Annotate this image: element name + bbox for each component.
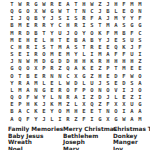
grid-cell[interactable]: Z — [72, 116, 80, 123]
grid-cell[interactable]: F — [120, 73, 128, 80]
grid-cell[interactable]: M — [8, 37, 16, 44]
grid-cell[interactable]: R — [72, 23, 80, 30]
grid-cell[interactable]: U — [56, 30, 64, 37]
grid-cell[interactable]: Y — [96, 37, 104, 44]
word-list-item: Christmas Tree — [113, 126, 150, 133]
grid-cell[interactable]: B — [8, 109, 16, 116]
grid-cell[interactable]: S — [136, 37, 144, 44]
grid-cell[interactable]: A — [16, 109, 24, 116]
grid-cell[interactable]: C — [136, 30, 144, 37]
grid-cell[interactable]: C — [24, 109, 32, 116]
grid-cell[interactable]: S — [120, 23, 128, 30]
grid-cell[interactable]: Z — [56, 66, 64, 73]
grid-cell[interactable]: T — [112, 66, 120, 73]
grid-cell[interactable]: M — [120, 66, 128, 73]
grid-cell[interactable]: P — [104, 66, 112, 73]
grid-cell[interactable]: K — [32, 109, 40, 116]
grid-cell[interactable]: E — [32, 73, 40, 80]
grid-cell[interactable]: H — [64, 23, 72, 30]
grid-cell[interactable]: Y — [32, 116, 40, 123]
word-list-item: Merry Christmas — [63, 126, 113, 133]
grid-cell[interactable]: M — [16, 23, 24, 30]
grid-cell[interactable]: T — [96, 23, 104, 30]
grid-cell[interactable]: N — [56, 73, 64, 80]
grid-cell[interactable]: E — [16, 37, 24, 44]
grid-cell[interactable]: M — [104, 23, 112, 30]
word-list: Family MemoriesBaby JesusWreathNoelMerry… — [8, 126, 150, 150]
grid-cell[interactable]: N — [48, 73, 56, 80]
grid-cell[interactable]: D — [112, 73, 120, 80]
grid-cell[interactable]: H — [48, 37, 56, 44]
grid-cell[interactable]: F — [128, 30, 136, 37]
grid-cell[interactable]: Y — [48, 30, 56, 37]
grid-cell[interactable]: A — [128, 109, 136, 116]
grid-cell[interactable]: G — [128, 23, 136, 30]
grid-cell[interactable]: A — [80, 37, 88, 44]
grid-cell[interactable]: P — [40, 66, 48, 73]
grid-cell[interactable]: R — [40, 23, 48, 30]
grid-cell[interactable]: O — [136, 73, 144, 80]
grid-cell[interactable]: Z — [88, 73, 96, 80]
grid-cell[interactable]: M — [112, 30, 120, 37]
grid-cell[interactable]: E — [64, 37, 72, 44]
word-list-item: Noel — [8, 146, 63, 150]
grid-cell[interactable]: B — [120, 30, 128, 37]
grid-cell[interactable]: M — [64, 109, 72, 116]
grid-cell[interactable]: Q — [64, 66, 72, 73]
grid-cell[interactable]: A — [136, 109, 144, 116]
grid-cell[interactable]: D — [24, 30, 32, 37]
grid-cell[interactable]: U — [128, 37, 136, 44]
grid-cell[interactable]: C — [64, 73, 72, 80]
grid-cell[interactable]: B — [24, 73, 32, 80]
grid-cell[interactable]: E — [128, 66, 136, 73]
grid-cell[interactable]: H — [96, 73, 104, 80]
grid-cell[interactable]: O — [112, 109, 120, 116]
grid-cell[interactable]: M — [8, 30, 16, 37]
grid-cell[interactable]: B — [32, 30, 40, 37]
grid-cell[interactable]: E — [32, 37, 40, 44]
grid-cell[interactable]: E — [112, 37, 120, 44]
grid-cell[interactable]: E — [88, 66, 96, 73]
word-list-item: Donkey — [113, 133, 150, 140]
grid-cell[interactable]: Z — [96, 66, 104, 73]
word-list-item: Bethlehem — [63, 133, 113, 140]
grid-cell[interactable]: O — [88, 30, 96, 37]
word-list-item: Family Memories — [8, 126, 63, 133]
word-list-item: Baby Jesus — [8, 133, 63, 140]
grid-cell[interactable]: G — [112, 116, 120, 123]
word-list-item: Wreath — [8, 139, 63, 146]
grid-cell[interactable]: Y — [48, 23, 56, 30]
grid-cell[interactable]: L — [48, 116, 56, 123]
grid-cell[interactable]: Y — [48, 109, 56, 116]
grid-cell[interactable]: K — [96, 30, 104, 37]
grid-cell[interactable]: O — [72, 30, 80, 37]
grid-cell[interactable]: E — [80, 109, 88, 116]
grid-cell[interactable]: H — [72, 109, 80, 116]
grid-cell[interactable]: F — [80, 116, 88, 123]
grid-cell[interactable]: F — [24, 116, 32, 123]
grid-cell[interactable]: Y — [80, 30, 88, 37]
grid-cell[interactable]: E — [24, 23, 32, 30]
grid-cell[interactable]: X — [72, 73, 80, 80]
grid-cell[interactable]: B — [88, 37, 96, 44]
grid-cell[interactable]: R — [64, 116, 72, 123]
grid-cell[interactable]: W — [128, 73, 136, 80]
grid-cell[interactable]: G — [80, 73, 88, 80]
grid-cell[interactable]: I — [120, 109, 128, 116]
grid-cell[interactable]: A — [72, 66, 80, 73]
grid-cell[interactable]: A — [8, 116, 16, 123]
word-search-grid: TWRGWREATHWZJHFMMQGOXWGWTTNCJBLEONIJQBYJ… — [8, 1, 144, 123]
grid-cell[interactable]: B — [72, 37, 80, 44]
grid-cell[interactable]: S — [120, 37, 128, 44]
grid-cell[interactable]: K — [80, 66, 88, 73]
grid-cell[interactable]: Q — [16, 66, 24, 73]
grid-cell[interactable]: O — [8, 73, 16, 80]
grid-cell[interactable]: O — [24, 66, 32, 73]
grid-cell[interactable]: R — [40, 73, 48, 80]
grid-cell[interactable]: H — [24, 37, 32, 44]
grid-cell[interactable]: S — [88, 23, 96, 30]
grid-cell[interactable]: T — [40, 30, 48, 37]
grid-cell[interactable]: T — [56, 37, 64, 44]
word-list-item: Joseph — [63, 139, 113, 146]
grid-cell[interactable]: R — [48, 66, 56, 73]
grid-cell[interactable]: F — [104, 30, 112, 37]
word-search-puzzle: TWRGWREATHWZJHFMMQGOXWGWTTNCJBLEONIJQBYJ… — [0, 0, 150, 150]
word-list-column: Merry ChristmasBethlehemJosephMary — [63, 126, 113, 150]
grid-cell[interactable]: I — [88, 116, 96, 123]
grid-cell[interactable]: X — [32, 66, 40, 73]
word-list-item: Joy — [113, 146, 150, 150]
grid-cell[interactable]: Q — [16, 116, 24, 123]
grid-cell[interactable]: E — [104, 73, 112, 80]
grid-cell[interactable]: L — [40, 37, 48, 44]
grid-cell[interactable]: I — [56, 116, 64, 123]
grid-cell[interactable]: J — [64, 30, 72, 37]
grid-cell[interactable]: N — [104, 109, 112, 116]
grid-cell[interactable]: O — [56, 109, 64, 116]
word-list-item: Mary — [63, 146, 113, 150]
grid-cell[interactable]: C — [56, 23, 64, 30]
word-list-item: Manger — [113, 139, 150, 146]
grid-cell[interactable]: G — [96, 116, 104, 123]
grid-cell[interactable]: I — [80, 23, 88, 30]
grid-cell[interactable]: A — [128, 116, 136, 123]
word-list-column: Family MemoriesBaby JesusWreathNoel — [8, 126, 63, 150]
grid-cell[interactable]: E — [136, 66, 144, 73]
grid-cell[interactable]: E — [40, 109, 48, 116]
grid-cell[interactable]: W — [120, 116, 128, 123]
grid-cell[interactable]: G — [8, 66, 16, 73]
grid-cell[interactable]: J — [40, 116, 48, 123]
grid-cell[interactable]: G — [136, 23, 144, 30]
word-list-column: Christmas TreeDonkeyMangerJoy — [113, 126, 150, 150]
grid-cell[interactable]: M — [136, 116, 144, 123]
grid-cell[interactable]: T — [16, 73, 24, 80]
grid-cell[interactable]: R — [16, 30, 24, 37]
grid-cell[interactable]: B — [8, 23, 16, 30]
grid-cell[interactable]: R — [32, 23, 40, 30]
grid-cell[interactable]: A — [112, 23, 120, 30]
grid-cell[interactable]: J — [104, 37, 112, 44]
grid-cell[interactable]: X — [104, 116, 112, 123]
grid-cell[interactable]: T — [96, 109, 104, 116]
grid-cell[interactable]: E — [88, 109, 96, 116]
